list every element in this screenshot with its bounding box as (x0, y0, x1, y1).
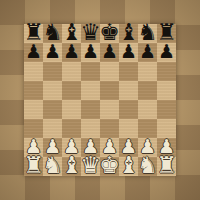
piece-white-bishop[interactable]: ♝ (118, 156, 139, 175)
square-c6[interactable] (62, 62, 81, 81)
square-f7[interactable]: ♟ (119, 43, 138, 62)
piece-black-pawn[interactable]: ♟ (25, 42, 42, 61)
piece-white-bishop[interactable]: ♝ (61, 156, 82, 175)
square-e7[interactable]: ♟ (100, 43, 119, 62)
square-d6[interactable] (81, 62, 100, 81)
piece-black-pawn[interactable]: ♟ (120, 42, 137, 61)
square-g4[interactable] (138, 100, 157, 119)
frame-cell (0, 150, 25, 175)
frame-cell (175, 0, 200, 25)
square-b7[interactable]: ♟ (43, 43, 62, 62)
square-a6[interactable] (24, 62, 43, 81)
frame-cell (175, 125, 200, 150)
square-f4[interactable] (119, 100, 138, 119)
square-h4[interactable] (157, 100, 176, 119)
piece-black-pawn[interactable]: ♟ (139, 42, 156, 61)
square-e5[interactable] (100, 81, 119, 100)
frame-cell (0, 25, 25, 50)
square-b1[interactable]: ♞ (43, 157, 62, 176)
square-f1[interactable]: ♝ (119, 157, 138, 176)
square-b6[interactable] (43, 62, 62, 81)
square-f5[interactable] (119, 81, 138, 100)
square-h6[interactable] (157, 62, 176, 81)
square-c7[interactable]: ♟ (62, 43, 81, 62)
square-e4[interactable] (100, 100, 119, 119)
square-h7[interactable]: ♟ (157, 43, 176, 62)
frame-cell (75, 175, 100, 200)
piece-white-king[interactable]: ♚ (99, 156, 120, 175)
square-c5[interactable] (62, 81, 81, 100)
square-g1[interactable]: ♞ (138, 157, 157, 176)
square-a5[interactable] (24, 81, 43, 100)
piece-black-pawn[interactable]: ♟ (44, 42, 61, 61)
frame-cell (0, 175, 25, 200)
square-e6[interactable] (100, 62, 119, 81)
frame-cell (175, 150, 200, 175)
square-f6[interactable] (119, 62, 138, 81)
frame-cell (0, 75, 25, 100)
piece-black-pawn[interactable]: ♟ (101, 42, 118, 61)
frame-cell (100, 175, 125, 200)
square-g7[interactable]: ♟ (138, 43, 157, 62)
frame-cell (25, 175, 50, 200)
piece-white-rook[interactable]: ♜ (156, 156, 177, 175)
frame-cell (125, 175, 150, 200)
piece-black-pawn[interactable]: ♟ (158, 42, 175, 61)
piece-white-queen[interactable]: ♛ (80, 156, 101, 175)
frame-cell (0, 0, 25, 25)
square-d7[interactable]: ♟ (81, 43, 100, 62)
square-a1[interactable]: ♜ (24, 157, 43, 176)
chess-board: ♜♞♝♛♚♝♞♜♟♟♟♟♟♟♟♟♟♟♟♟♟♟♟♟♜♞♝♛♚♝♞♜ (24, 24, 176, 176)
piece-black-pawn[interactable]: ♟ (82, 42, 99, 61)
square-h5[interactable] (157, 81, 176, 100)
frame-cell (0, 50, 25, 75)
piece-white-rook[interactable]: ♜ (23, 156, 44, 175)
chess-game-view: ♜♞♝♛♚♝♞♜♟♟♟♟♟♟♟♟♟♟♟♟♟♟♟♟♜♞♝♛♚♝♞♜ (0, 0, 200, 200)
square-c1[interactable]: ♝ (62, 157, 81, 176)
piece-white-knight[interactable]: ♞ (137, 156, 158, 175)
square-c4[interactable] (62, 100, 81, 119)
frame-cell (175, 175, 200, 200)
square-b5[interactable] (43, 81, 62, 100)
square-e1[interactable]: ♚ (100, 157, 119, 176)
square-d1[interactable]: ♛ (81, 157, 100, 176)
square-h1[interactable]: ♜ (157, 157, 176, 176)
square-d5[interactable] (81, 81, 100, 100)
frame-cell (175, 100, 200, 125)
frame-cell (50, 175, 75, 200)
frame-cell (150, 175, 175, 200)
square-g5[interactable] (138, 81, 157, 100)
piece-black-pawn[interactable]: ♟ (63, 42, 80, 61)
square-g6[interactable] (138, 62, 157, 81)
frame-cell (175, 25, 200, 50)
square-d4[interactable] (81, 100, 100, 119)
frame-cell (0, 100, 25, 125)
piece-white-knight[interactable]: ♞ (42, 156, 63, 175)
frame-cell (175, 75, 200, 100)
frame-cell (175, 50, 200, 75)
square-b4[interactable] (43, 100, 62, 119)
square-a7[interactable]: ♟ (24, 43, 43, 62)
frame-cell (0, 125, 25, 150)
square-a4[interactable] (24, 100, 43, 119)
